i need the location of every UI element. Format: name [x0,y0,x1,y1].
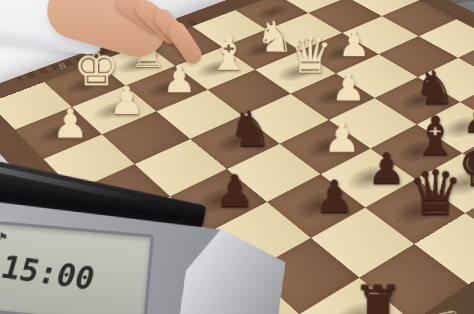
clock-bottom-display: ⚑ 15:00 [0,220,154,314]
piece-black-pawn[interactable]: ♟ [314,174,354,219]
piece-white-pawn[interactable]: ♟ [338,26,370,62]
piece-black-knight[interactable]: ♞ [414,64,456,110]
piece-white-queen[interactable]: ♛ [287,30,333,81]
flag-icon: ⚑ [0,230,9,244]
clock-bottom-time: 15:00 [0,248,99,296]
piece-black-rook[interactable]: ♜ [351,277,404,314]
piece-white-pawn[interactable]: ♟ [52,103,88,143]
piece-white-pawn[interactable]: ♟ [331,68,365,106]
chess-game-photo: 1:45 ◂ ▸ ▴ ▾ easy ♚♜♝♟♟♟♝♞♛♟♞♟♟♟♞♟♟♝♟♟♟♛… [0,0,474,314]
player-hand [0,0,234,95]
file-label-f: f [437,307,459,314]
piece-black-knight[interactable]: ♞ [228,104,272,153]
piece-black-bishop[interactable]: ♝ [411,110,459,163]
piece-black-pawn[interactable]: ♟ [367,147,406,190]
piece-black-queen[interactable]: ♛ [407,162,463,225]
piece-white-pawn[interactable]: ♟ [323,117,360,158]
